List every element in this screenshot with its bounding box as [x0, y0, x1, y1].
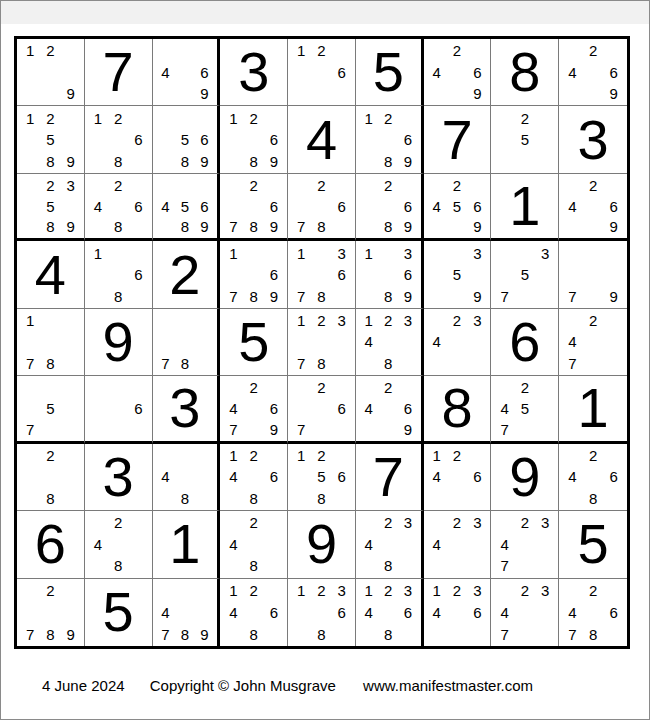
candidate-6: 6: [128, 129, 148, 150]
pencil-marks: 28: [20, 445, 81, 509]
given-digit: 7: [85, 39, 152, 105]
given-digit: 1: [559, 376, 627, 440]
pencil-marks: 1268: [88, 107, 149, 171]
candidate-1: 1: [291, 310, 311, 331]
pencil-marks: 57: [20, 377, 81, 439]
candidate-4: 4: [427, 534, 447, 555]
candidate-8: 8: [108, 150, 128, 171]
candidate-8: 8: [378, 150, 398, 171]
candidate-7: 7: [562, 285, 583, 306]
pencil-marks: 5689: [156, 107, 215, 171]
candidate-8: 8: [108, 217, 128, 238]
candidate-1: 1: [223, 242, 243, 263]
given-digit: 8: [491, 39, 558, 105]
candidate-4: 4: [359, 331, 379, 352]
candidate-1: 1: [359, 242, 379, 263]
candidate-5: 5: [175, 196, 195, 217]
pencil-marks: 25: [494, 107, 555, 171]
candidate-8: 8: [378, 353, 398, 374]
cell-r4c6: 13689: [356, 241, 424, 308]
candidate-3: 3: [398, 512, 418, 533]
cell-r8c5: 9: [288, 511, 356, 578]
candidate-4: 4: [427, 196, 447, 217]
pencil-marks: 13678: [291, 242, 352, 306]
candidate-6: 6: [264, 601, 284, 623]
cell-r5c9: 247: [559, 309, 627, 376]
candidate-9: 9: [467, 217, 487, 238]
cell-r5c8: 6: [491, 309, 559, 376]
pencil-marks: 2348: [359, 512, 418, 576]
candidate-6: 6: [128, 196, 148, 217]
candidate-6: 6: [398, 398, 418, 419]
candidate-2: 2: [583, 580, 604, 602]
cell-r8c1: 6: [17, 511, 85, 578]
candidate-7: 7: [291, 419, 311, 440]
cell-r8c2: 248: [85, 511, 153, 578]
pencil-marks: 12378: [291, 310, 352, 374]
candidate-7: 7: [562, 353, 583, 374]
pencil-marks: 2469: [562, 40, 624, 104]
pencil-marks: 126: [291, 40, 352, 104]
candidate-2: 2: [583, 445, 604, 466]
given-digit: 3: [85, 444, 152, 510]
cell-r8c9: 5: [559, 511, 627, 578]
candidate-2: 2: [311, 40, 331, 61]
candidate-3: 3: [467, 512, 487, 533]
candidate-5: 5: [311, 466, 331, 487]
candidate-3: 3: [535, 512, 555, 533]
candidate-8: 8: [378, 285, 398, 306]
candidate-2: 2: [378, 580, 398, 602]
candidate-2: 2: [311, 310, 331, 331]
cell-r8c6: 2348: [356, 511, 424, 578]
candidate-9: 9: [195, 217, 215, 238]
candidate-6: 6: [264, 398, 284, 419]
cell-r2c6: 12689: [356, 106, 424, 173]
candidate-2: 2: [244, 445, 264, 466]
candidate-2: 2: [311, 580, 331, 602]
candidate-4: 4: [427, 61, 447, 82]
pencil-marks: 23589: [20, 175, 81, 237]
pencil-marks: 178: [20, 310, 81, 374]
candidate-9: 9: [603, 217, 624, 238]
pencil-marks: 234: [427, 512, 488, 576]
candidate-8: 8: [175, 150, 195, 171]
candidate-6: 6: [467, 466, 487, 487]
pencil-marks: 24679: [223, 377, 284, 439]
pencil-marks: 2347: [494, 580, 555, 645]
candidate-2: 2: [583, 310, 604, 331]
cell-r7c9: 2468: [559, 444, 627, 511]
candidate-8: 8: [108, 555, 128, 576]
candidate-9: 9: [467, 83, 487, 104]
candidate-3: 3: [467, 580, 487, 602]
candidate-7: 7: [20, 623, 40, 645]
pencil-marks: 469: [156, 40, 215, 104]
cell-r4c5: 13678: [288, 241, 356, 308]
candidate-4: 4: [562, 601, 583, 623]
candidate-5: 5: [515, 129, 535, 150]
candidate-6: 6: [332, 466, 352, 487]
pencil-marks: 234: [427, 310, 488, 374]
cell-r6c6: 2469: [356, 376, 424, 443]
given-digit: 5: [220, 309, 287, 375]
candidate-9: 9: [603, 83, 624, 104]
candidate-4: 4: [562, 61, 583, 82]
candidate-7: 7: [291, 353, 311, 374]
cell-r4c1: 4: [17, 241, 85, 308]
pencil-marks: 45689: [156, 175, 215, 237]
cell-r9c5: 12368: [288, 579, 356, 646]
cell-r8c3: 1: [153, 511, 221, 578]
candidate-9: 9: [398, 285, 418, 306]
candidate-6: 6: [603, 601, 624, 623]
candidate-3: 3: [332, 580, 352, 602]
pencil-marks: 12348: [359, 310, 418, 374]
candidate-4: 4: [562, 331, 583, 352]
candidate-2: 2: [515, 580, 535, 602]
cell-r3c3: 45689: [153, 174, 221, 241]
cell-r5c5: 12378: [288, 309, 356, 376]
cell-r6c3: 3: [153, 376, 221, 443]
candidate-2: 2: [378, 175, 398, 196]
candidate-1: 1: [291, 242, 311, 263]
pencil-marks: 12589: [20, 107, 81, 171]
cell-r9c1: 2789: [17, 579, 85, 646]
candidate-8: 8: [40, 623, 60, 645]
pencil-marks: 48: [156, 445, 215, 509]
candidate-6: 6: [264, 466, 284, 487]
candidate-4: 4: [359, 534, 379, 555]
candidate-6: 6: [398, 196, 418, 217]
cell-r4c8: 357: [491, 241, 559, 308]
candidate-7: 7: [562, 623, 583, 645]
candidate-8: 8: [175, 353, 195, 374]
candidate-3: 3: [535, 580, 555, 602]
cell-r5c7: 234: [424, 309, 492, 376]
candidate-9: 9: [61, 150, 81, 171]
pencil-marks: 2347: [494, 512, 555, 576]
candidate-6: 6: [264, 264, 284, 285]
pencil-marks: 357: [494, 242, 555, 306]
pencil-marks: 2678: [291, 175, 352, 237]
pencil-marks: 2468: [88, 175, 149, 237]
candidate-6: 6: [195, 196, 215, 217]
candidate-3: 3: [467, 242, 487, 263]
cell-r6c5: 267: [288, 376, 356, 443]
cell-r5c2: 9: [85, 309, 153, 376]
candidate-7: 7: [494, 419, 514, 440]
candidate-2: 2: [108, 175, 128, 196]
candidate-2: 2: [244, 377, 264, 398]
candidate-4: 4: [88, 196, 108, 217]
candidate-8: 8: [175, 488, 195, 509]
candidate-1: 1: [427, 580, 447, 602]
cell-r6c1: 57: [17, 376, 85, 443]
given-digit: 3: [559, 106, 627, 172]
candidate-6: 6: [398, 129, 418, 150]
candidate-4: 4: [427, 466, 447, 487]
cell-r5c6: 12348: [356, 309, 424, 376]
candidate-7: 7: [291, 285, 311, 306]
candidate-5: 5: [175, 129, 195, 150]
candidate-8: 8: [175, 217, 195, 238]
candidate-8: 8: [40, 150, 60, 171]
cell-r8c4: 248: [220, 511, 288, 578]
candidate-4: 4: [88, 534, 108, 555]
cell-r3c9: 2469: [559, 174, 627, 241]
candidate-7: 7: [291, 217, 311, 238]
footer: 4 June 2024 Copyright © John Musgrave ww…: [42, 677, 533, 694]
candidate-2: 2: [583, 40, 604, 61]
pencil-marks: 24569: [427, 175, 488, 237]
candidate-4: 4: [562, 196, 583, 217]
cell-r8c8: 2347: [491, 511, 559, 578]
pencil-marks: 2457: [494, 377, 555, 439]
candidate-9: 9: [195, 150, 215, 171]
given-digit: 3: [220, 39, 287, 105]
candidate-4: 4: [156, 601, 176, 623]
cell-r4c2: 168: [85, 241, 153, 308]
cell-r6c8: 2457: [491, 376, 559, 443]
cell-r8c7: 234: [424, 511, 492, 578]
cell-r4c9: 79: [559, 241, 627, 308]
candidate-2: 2: [40, 580, 60, 602]
candidate-9: 9: [264, 285, 284, 306]
candidate-7: 7: [494, 555, 514, 576]
pencil-marks: 12568: [291, 445, 352, 509]
candidate-4: 4: [494, 601, 514, 623]
pencil-marks: 26789: [223, 175, 284, 237]
candidate-2: 2: [244, 107, 264, 128]
cell-r7c3: 48: [153, 444, 221, 511]
candidate-9: 9: [195, 623, 215, 645]
pencil-marks: 12346: [427, 580, 488, 645]
candidate-8: 8: [40, 488, 60, 509]
candidate-2: 2: [447, 175, 467, 196]
candidate-9: 9: [467, 285, 487, 306]
given-digit: 7: [356, 444, 421, 510]
candidate-2: 2: [447, 40, 467, 61]
footer-copyright: Copyright © John Musgrave: [150, 677, 336, 694]
candidate-2: 2: [40, 175, 60, 196]
candidate-2: 2: [40, 445, 60, 466]
cell-r7c8: 9: [491, 444, 559, 511]
cell-r3c7: 24569: [424, 174, 492, 241]
candidate-9: 9: [61, 217, 81, 238]
candidate-7: 7: [494, 285, 514, 306]
cell-r1c7: 2469: [424, 39, 492, 106]
cell-r2c1: 12589: [17, 106, 85, 173]
candidate-7: 7: [156, 623, 176, 645]
cell-r1c5: 126: [288, 39, 356, 106]
candidate-5: 5: [447, 196, 467, 217]
candidate-9: 9: [61, 83, 81, 104]
candidate-1: 1: [291, 40, 311, 61]
given-digit: 5: [356, 39, 421, 105]
cell-r9c6: 123468: [356, 579, 424, 646]
cell-r3c2: 2468: [85, 174, 153, 241]
given-digit: 1: [153, 511, 218, 577]
candidate-7: 7: [223, 217, 243, 238]
cell-r6c7: 8: [424, 376, 492, 443]
candidate-1: 1: [88, 242, 108, 263]
candidate-8: 8: [40, 217, 60, 238]
candidate-1: 1: [88, 107, 108, 128]
candidate-3: 3: [332, 242, 352, 263]
given-digit: 2: [153, 241, 218, 307]
cell-r1c9: 2469: [559, 39, 627, 106]
given-digit: 4: [17, 241, 84, 307]
given-digit: 6: [491, 309, 558, 375]
page-top-band: [1, 1, 649, 24]
candidate-6: 6: [603, 61, 624, 82]
cell-r2c4: 12689: [220, 106, 288, 173]
candidate-6: 6: [603, 196, 624, 217]
cell-r9c8: 2347: [491, 579, 559, 646]
candidate-4: 4: [156, 61, 176, 82]
given-digit: 3: [153, 376, 218, 440]
candidate-2: 2: [447, 310, 467, 331]
pencil-marks: 12468: [223, 580, 284, 645]
pencil-marks: 2468: [562, 445, 624, 509]
candidate-6: 6: [332, 196, 352, 217]
cell-r3c4: 26789: [220, 174, 288, 241]
candidate-2: 2: [447, 445, 467, 466]
pencil-marks: 78: [156, 310, 215, 374]
candidate-3: 3: [61, 175, 81, 196]
candidate-1: 1: [291, 580, 311, 602]
candidate-8: 8: [583, 488, 604, 509]
given-digit: 8: [424, 376, 491, 440]
candidate-5: 5: [40, 129, 60, 150]
candidate-6: 6: [398, 601, 418, 623]
footer-website-link[interactable]: www.manifestmaster.com: [363, 677, 533, 694]
candidate-7: 7: [156, 353, 176, 374]
given-digit: 5: [559, 511, 627, 577]
given-digit: 5: [85, 579, 152, 646]
candidate-8: 8: [378, 623, 398, 645]
candidate-5: 5: [40, 398, 60, 419]
cell-r2c7: 7: [424, 106, 492, 173]
cell-r9c3: 4789: [153, 579, 221, 646]
candidate-4: 4: [223, 398, 243, 419]
candidate-6: 6: [128, 398, 148, 419]
cell-r7c5: 12568: [288, 444, 356, 511]
candidate-2: 2: [311, 377, 331, 398]
candidate-6: 6: [603, 466, 624, 487]
candidate-8: 8: [583, 623, 604, 645]
candidate-1: 1: [427, 445, 447, 466]
cell-r5c3: 78: [153, 309, 221, 376]
cell-r4c3: 2: [153, 241, 221, 308]
candidate-9: 9: [264, 150, 284, 171]
candidate-2: 2: [515, 377, 535, 398]
candidate-8: 8: [311, 217, 331, 238]
candidate-2: 2: [40, 40, 60, 61]
cell-r3c5: 2678: [288, 174, 356, 241]
candidate-6: 6: [195, 129, 215, 150]
candidate-1: 1: [20, 107, 40, 128]
candidate-1: 1: [359, 310, 379, 331]
candidate-4: 4: [427, 331, 447, 352]
candidate-7: 7: [20, 419, 40, 440]
candidate-2: 2: [244, 512, 264, 533]
cell-r1c3: 469: [153, 39, 221, 106]
candidate-7: 7: [223, 419, 243, 440]
cell-r7c6: 7: [356, 444, 424, 511]
candidate-2: 2: [447, 580, 467, 602]
cell-r9c9: 24678: [559, 579, 627, 646]
candidate-8: 8: [244, 623, 264, 645]
cell-r3c1: 23589: [17, 174, 85, 241]
candidate-4: 4: [156, 196, 176, 217]
pencil-marks: 12689: [223, 107, 284, 171]
candidate-3: 3: [535, 242, 555, 263]
candidate-4: 4: [156, 466, 176, 487]
cell-r3c8: 1: [491, 174, 559, 241]
candidate-1: 1: [20, 310, 40, 331]
cell-r2c2: 1268: [85, 106, 153, 173]
candidate-6: 6: [467, 601, 487, 623]
pencil-marks: 6: [88, 377, 149, 439]
candidate-1: 1: [223, 107, 243, 128]
pencil-marks: 12468: [223, 445, 284, 509]
cell-r2c8: 25: [491, 106, 559, 173]
candidate-2: 2: [515, 512, 535, 533]
sudoku-board: 1297469312652469824691258912685689126894…: [14, 36, 630, 649]
pencil-marks: 2789: [20, 580, 81, 645]
pencil-marks: 2469: [562, 175, 624, 237]
candidate-2: 2: [311, 445, 331, 466]
pencil-marks: 16789: [223, 242, 284, 306]
candidate-8: 8: [378, 217, 398, 238]
cell-r9c2: 5: [85, 579, 153, 646]
candidate-2: 2: [378, 512, 398, 533]
candidate-5: 5: [447, 264, 467, 285]
cell-r4c4: 16789: [220, 241, 288, 308]
candidate-6: 6: [264, 129, 284, 150]
candidate-8: 8: [244, 217, 264, 238]
cell-r9c4: 12468: [220, 579, 288, 646]
given-digit: 9: [288, 511, 355, 577]
candidate-1: 1: [223, 445, 243, 466]
candidate-2: 2: [378, 107, 398, 128]
pencil-marks: 129: [20, 40, 81, 104]
candidate-1: 1: [359, 580, 379, 602]
cell-r7c2: 3: [85, 444, 153, 511]
cell-r5c4: 5: [220, 309, 288, 376]
candidate-8: 8: [244, 555, 264, 576]
candidate-4: 4: [359, 601, 379, 623]
cell-r3c6: 2689: [356, 174, 424, 241]
candidate-8: 8: [311, 353, 331, 374]
cell-r1c6: 5: [356, 39, 424, 106]
candidate-1: 1: [359, 107, 379, 128]
candidate-8: 8: [311, 488, 331, 509]
candidate-4: 4: [494, 534, 514, 555]
candidate-5: 5: [515, 264, 535, 285]
candidate-2: 2: [378, 310, 398, 331]
candidate-3: 3: [398, 242, 418, 263]
given-digit: 9: [491, 444, 558, 510]
pencil-marks: 12368: [291, 580, 352, 645]
candidate-8: 8: [244, 488, 264, 509]
cell-r7c1: 28: [17, 444, 85, 511]
candidate-6: 6: [128, 264, 148, 285]
cell-r1c8: 8: [491, 39, 559, 106]
pencil-marks: 1246: [427, 445, 488, 509]
